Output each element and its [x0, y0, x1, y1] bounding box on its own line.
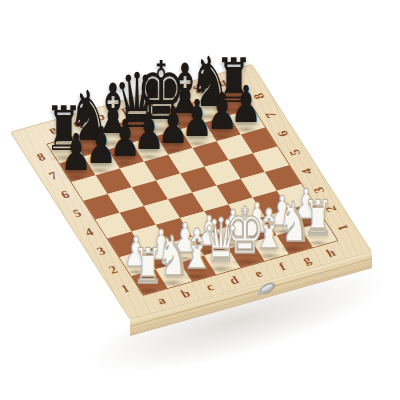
piece-black-pawn-a7: ♟: [58, 138, 94, 178]
chess-set-photo: aa88bb77cc66dd55ee44ff33gg22hh11 ♜♞♝♛♚♝♞…: [0, 0, 400, 400]
pieces-layer: ♜♞♝♛♚♝♞♜♟♟♟♟♟♟♟♟♟♟♟♟♟♟♟♟♜♞♝♛♚♝♞♜: [0, 0, 400, 400]
piece-white-rook-a1: ♜: [131, 253, 165, 291]
pawn-glyph: ♟: [61, 127, 93, 178]
rook-glyph: ♜: [133, 242, 163, 291]
